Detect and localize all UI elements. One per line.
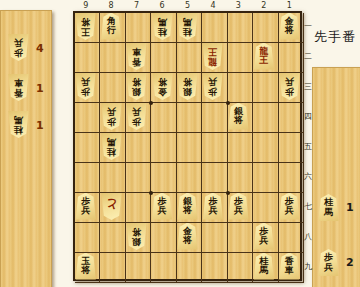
board-cell[interactable] [228, 253, 253, 283]
file-label: 5 [183, 1, 193, 10]
board-cell[interactable] [228, 13, 253, 43]
board-cell[interactable] [279, 133, 304, 163]
board-cell[interactable] [126, 133, 151, 163]
board-cell[interactable] [100, 43, 125, 73]
board-cell[interactable] [279, 163, 304, 193]
file-label: 1 [284, 1, 294, 10]
board-cell[interactable] [126, 193, 151, 223]
board-cell[interactable] [202, 253, 227, 283]
board-cell[interactable] [279, 223, 304, 253]
board-cell[interactable] [253, 103, 278, 133]
file-label: 2 [259, 1, 269, 10]
rank-label: 五 [303, 141, 313, 152]
board-cell[interactable] [177, 133, 202, 163]
sente-hand-count: 1 [346, 201, 354, 214]
gote-piece-歩兵[interactable]: 歩兵 [75, 73, 96, 100]
board-cell[interactable] [253, 13, 278, 43]
rank-label: 六 [303, 171, 313, 182]
board-cell[interactable] [202, 223, 227, 253]
star-point [149, 191, 153, 195]
sente-hand-count: 2 [346, 256, 354, 269]
turn-indicator: 先手番 [314, 28, 356, 46]
gote-hand-count: 4 [36, 42, 44, 55]
board-cell[interactable] [75, 103, 100, 133]
board-cell[interactable] [253, 163, 278, 193]
gote-piece-歩兵[interactable]: 歩兵 [279, 73, 300, 100]
board-cell[interactable] [151, 223, 176, 253]
gote-piece-香車[interactable]: 香車 [126, 43, 147, 70]
board-cell[interactable] [75, 223, 100, 253]
gote-piece-桂馬[interactable]: 桂馬 [101, 133, 122, 160]
board-cell[interactable] [126, 163, 151, 193]
star-point [149, 101, 153, 105]
gote-piece-銀将[interactable]: 銀将 [126, 223, 147, 250]
rank-label: 七 [303, 201, 313, 212]
rank-label: 九 [303, 261, 313, 272]
gote-hand-count: 1 [36, 82, 44, 95]
shogi-app: 先手番 987654321一二三四五六七八九 王将角行桂馬桂馬金将香車龍王龍王歩… [0, 0, 360, 287]
rank-label: 三 [303, 81, 313, 92]
board-cell[interactable] [75, 43, 100, 73]
star-point [226, 191, 230, 195]
board-cell[interactable] [151, 133, 176, 163]
file-label: 3 [233, 1, 243, 10]
rank-label: 一 [303, 21, 313, 32]
board-cell[interactable] [151, 43, 176, 73]
file-label: 9 [81, 1, 91, 10]
board-cell[interactable] [177, 163, 202, 193]
file-label: 8 [106, 1, 116, 10]
board-cell[interactable] [100, 163, 125, 193]
board-cell[interactable] [126, 253, 151, 283]
file-label: 7 [132, 1, 142, 10]
board-cell[interactable] [253, 73, 278, 103]
rank-label: 四 [303, 111, 313, 122]
gote-piece-王将[interactable]: 王将 [75, 13, 96, 40]
board-cell[interactable] [253, 193, 278, 223]
board-cell[interactable] [228, 133, 253, 163]
gote-piece-桂馬[interactable]: 桂馬 [177, 13, 198, 40]
board-cell[interactable] [228, 73, 253, 103]
board-cell[interactable] [100, 253, 125, 283]
rank-label: 八 [303, 231, 313, 242]
board-cell[interactable] [75, 133, 100, 163]
board-cell[interactable] [177, 103, 202, 133]
board-cell[interactable] [151, 103, 176, 133]
board-cell[interactable] [279, 43, 304, 73]
gote-piece-歩兵[interactable]: 歩兵 [202, 73, 223, 100]
board-cell[interactable] [126, 13, 151, 43]
board-cell[interactable] [75, 163, 100, 193]
file-label: 4 [208, 1, 218, 10]
gote-piece-歩兵[interactable]: 歩兵 [101, 103, 122, 130]
board-cell[interactable] [279, 103, 304, 133]
rank-label: 二 [303, 51, 313, 62]
board-cell[interactable] [202, 163, 227, 193]
board-cell[interactable] [177, 43, 202, 73]
board-cell[interactable] [202, 13, 227, 43]
file-label: 6 [157, 1, 167, 10]
board-cell[interactable] [228, 163, 253, 193]
gote-piece-銀将[interactable]: 銀将 [177, 73, 198, 100]
board-cell[interactable] [228, 223, 253, 253]
board-cell[interactable] [100, 223, 125, 253]
board-cell[interactable] [151, 163, 176, 193]
board-cell[interactable] [253, 133, 278, 163]
star-point [226, 101, 230, 105]
board-cell[interactable] [100, 73, 125, 103]
board-cell[interactable] [228, 43, 253, 73]
board-cell[interactable] [151, 253, 176, 283]
board-cell[interactable] [202, 103, 227, 133]
gote-hand-count: 1 [36, 119, 44, 132]
gote-piece-銀将[interactable]: 銀将 [126, 73, 147, 100]
gote-piece-龍王[interactable]: 龍王 [202, 43, 223, 70]
board-cell[interactable] [202, 133, 227, 163]
gote-piece-と[interactable]: と [101, 193, 122, 220]
board-cell[interactable] [177, 253, 202, 283]
gote-piece-歩兵[interactable]: 歩兵 [126, 103, 147, 130]
